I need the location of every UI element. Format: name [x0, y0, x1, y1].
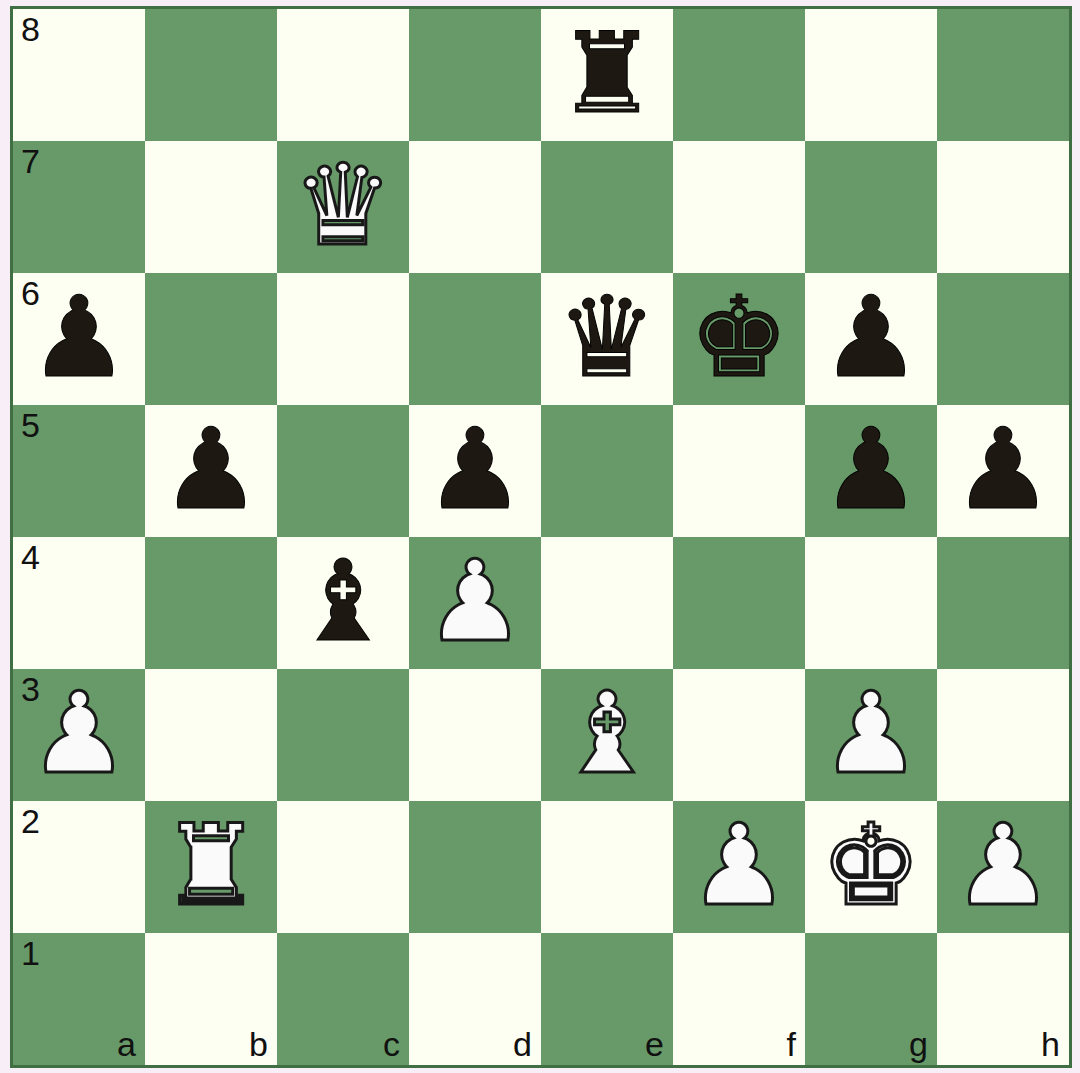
square-a2[interactable]: 2 — [13, 801, 145, 933]
rank-label-5: 5 — [21, 408, 40, 442]
square-g8[interactable] — [805, 9, 937, 141]
square-b5[interactable]: ♟ — [145, 405, 277, 537]
rank-label-7: 7 — [21, 144, 40, 178]
square-b3[interactable] — [145, 669, 277, 801]
white-pawn-f2[interactable]: ♟ — [673, 801, 805, 933]
square-h6[interactable] — [937, 273, 1069, 405]
square-g3[interactable]: ♟ — [805, 669, 937, 801]
square-b7[interactable] — [145, 141, 277, 273]
file-label-a: a — [117, 1027, 136, 1061]
black-bishop-c4[interactable]: ♝ — [277, 537, 409, 669]
black-pawn-d5[interactable]: ♟ — [409, 405, 541, 537]
square-h5[interactable]: ♟ — [937, 405, 1069, 537]
square-h7[interactable] — [937, 141, 1069, 273]
square-g6[interactable]: ♟ — [805, 273, 937, 405]
square-d7[interactable] — [409, 141, 541, 273]
square-b8[interactable] — [145, 9, 277, 141]
square-a4[interactable]: 4 — [13, 537, 145, 669]
square-c6[interactable] — [277, 273, 409, 405]
square-c4[interactable]: ♝ — [277, 537, 409, 669]
square-h1[interactable]: h — [937, 933, 1069, 1065]
square-a8[interactable]: 8 — [13, 9, 145, 141]
rank-label-4: 4 — [21, 540, 40, 574]
square-h8[interactable] — [937, 9, 1069, 141]
chess-board-frame: 8♜7♛6♟♛♚♟5♟♟♟♟4♝♟3♟♝♟2♜♟♚♟1abcdefgh — [10, 6, 1072, 1068]
square-f4[interactable] — [673, 537, 805, 669]
file-label-b: b — [249, 1027, 268, 1061]
square-b2[interactable]: ♜ — [145, 801, 277, 933]
black-pawn-g5[interactable]: ♟ — [805, 405, 937, 537]
white-rook-b2[interactable]: ♜ — [145, 801, 277, 933]
square-e2[interactable] — [541, 801, 673, 933]
square-g1[interactable]: g — [805, 933, 937, 1065]
square-d2[interactable] — [409, 801, 541, 933]
square-c5[interactable] — [277, 405, 409, 537]
square-b1[interactable]: b — [145, 933, 277, 1065]
square-f3[interactable] — [673, 669, 805, 801]
file-label-g: g — [909, 1027, 928, 1061]
square-d6[interactable] — [409, 273, 541, 405]
rank-label-8: 8 — [21, 12, 40, 46]
square-f2[interactable]: ♟ — [673, 801, 805, 933]
square-f1[interactable]: f — [673, 933, 805, 1065]
square-g2[interactable]: ♚ — [805, 801, 937, 933]
white-pawn-g3[interactable]: ♟ — [805, 669, 937, 801]
white-bishop-e3[interactable]: ♝ — [541, 669, 673, 801]
file-label-h: h — [1041, 1027, 1060, 1061]
black-pawn-g6[interactable]: ♟ — [805, 273, 937, 405]
file-label-e: e — [645, 1027, 664, 1061]
square-f6[interactable]: ♚ — [673, 273, 805, 405]
square-a3[interactable]: 3♟ — [13, 669, 145, 801]
square-b6[interactable] — [145, 273, 277, 405]
square-f7[interactable] — [673, 141, 805, 273]
square-d8[interactable] — [409, 9, 541, 141]
square-f8[interactable] — [673, 9, 805, 141]
square-g7[interactable] — [805, 141, 937, 273]
square-e3[interactable]: ♝ — [541, 669, 673, 801]
square-h2[interactable]: ♟ — [937, 801, 1069, 933]
square-d1[interactable]: d — [409, 933, 541, 1065]
square-a1[interactable]: 1a — [13, 933, 145, 1065]
square-e1[interactable]: e — [541, 933, 673, 1065]
white-king-g2[interactable]: ♚ — [805, 801, 937, 933]
white-pawn-h2[interactable]: ♟ — [937, 801, 1069, 933]
square-e7[interactable] — [541, 141, 673, 273]
square-h3[interactable] — [937, 669, 1069, 801]
white-queen-c7[interactable]: ♛ — [277, 141, 409, 273]
square-e5[interactable] — [541, 405, 673, 537]
file-label-c: c — [383, 1027, 400, 1061]
rank-label-1: 1 — [21, 936, 40, 970]
square-e6[interactable]: ♛ — [541, 273, 673, 405]
square-b4[interactable] — [145, 537, 277, 669]
square-g5[interactable]: ♟ — [805, 405, 937, 537]
file-label-f: f — [787, 1027, 796, 1061]
square-a6[interactable]: 6♟ — [13, 273, 145, 405]
white-pawn-a3[interactable]: ♟ — [13, 669, 145, 801]
square-d5[interactable]: ♟ — [409, 405, 541, 537]
black-king-f6[interactable]: ♚ — [673, 273, 805, 405]
black-pawn-a6[interactable]: ♟ — [13, 273, 145, 405]
square-g4[interactable] — [805, 537, 937, 669]
rank-label-2: 2 — [21, 804, 40, 838]
black-rook-e8[interactable]: ♜ — [541, 9, 673, 141]
square-f5[interactable] — [673, 405, 805, 537]
square-d3[interactable] — [409, 669, 541, 801]
square-c2[interactable] — [277, 801, 409, 933]
chess-board: 8♜7♛6♟♛♚♟5♟♟♟♟4♝♟3♟♝♟2♜♟♚♟1abcdefgh — [13, 9, 1069, 1065]
square-h4[interactable] — [937, 537, 1069, 669]
square-c1[interactable]: c — [277, 933, 409, 1065]
square-c8[interactable] — [277, 9, 409, 141]
black-pawn-h5[interactable]: ♟ — [937, 405, 1069, 537]
square-c7[interactable]: ♛ — [277, 141, 409, 273]
black-queen-e6[interactable]: ♛ — [541, 273, 673, 405]
square-d4[interactable]: ♟ — [409, 537, 541, 669]
square-a7[interactable]: 7 — [13, 141, 145, 273]
square-e8[interactable]: ♜ — [541, 9, 673, 141]
black-pawn-b5[interactable]: ♟ — [145, 405, 277, 537]
square-e4[interactable] — [541, 537, 673, 669]
square-c3[interactable] — [277, 669, 409, 801]
square-a5[interactable]: 5 — [13, 405, 145, 537]
white-pawn-d4[interactable]: ♟ — [409, 537, 541, 669]
file-label-d: d — [513, 1027, 532, 1061]
